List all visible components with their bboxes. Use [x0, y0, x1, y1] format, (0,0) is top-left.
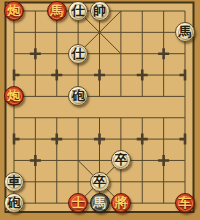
piece-glyph: 馬: [176, 23, 194, 41]
piece-ring: [71, 89, 86, 104]
piece-glyph: 將: [112, 194, 130, 212]
piece-ring: [71, 46, 86, 61]
piece-ring: [7, 4, 22, 19]
piece-ring: [92, 196, 107, 211]
xiangqi-game-window: 炮馬仕帥馬仕炮砲卒車卒砲士馬將车: [0, 0, 200, 220]
piece-glyph: 士: [69, 194, 87, 212]
piece-glyph: 馬: [91, 194, 109, 212]
piece-white-advisor[interactable]: 仕: [68, 1, 88, 21]
piece-glyph: 仕: [69, 2, 87, 20]
piece-red-chariot[interactable]: 车: [175, 193, 195, 213]
piece-glyph: 砲: [5, 194, 23, 212]
piece-glyph: 卒: [91, 173, 109, 191]
piece-glyph: 馬: [48, 2, 66, 20]
piece-red-cannon[interactable]: 炮: [4, 1, 24, 21]
piece-ring: [71, 4, 86, 19]
piece-ring: [178, 196, 193, 211]
piece-white-horse-selected[interactable]: 馬: [90, 193, 110, 213]
piece-white-general[interactable]: 帥: [90, 1, 110, 21]
piece-glyph: 炮: [5, 2, 23, 20]
piece-glyph: 仕: [69, 45, 87, 63]
piece-ring: [49, 4, 64, 19]
piece-red-horse[interactable]: 馬: [47, 1, 67, 21]
piece-glyph: 帥: [91, 2, 109, 20]
piece-glyph: 車: [5, 173, 23, 191]
piece-ring: [71, 196, 86, 211]
piece-ring: [7, 196, 22, 211]
piece-white-pawn[interactable]: 卒: [90, 172, 110, 192]
piece-ring: [7, 89, 22, 104]
piece-ring: [178, 25, 193, 40]
piece-glyph: 车: [176, 194, 194, 212]
piece-ring: [92, 4, 107, 19]
piece-red-general[interactable]: 將: [111, 193, 131, 213]
piece-white-cannon[interactable]: 砲: [4, 193, 24, 213]
piece-ring: [113, 196, 128, 211]
piece-glyph: 炮: [5, 87, 23, 105]
piece-glyph: 卒: [112, 151, 130, 169]
piece-ring: [92, 174, 107, 189]
piece-ring: [113, 153, 128, 168]
piece-white-advisor[interactable]: 仕: [68, 44, 88, 64]
piece-glyph: 砲: [69, 87, 87, 105]
piece-white-chariot[interactable]: 車: [4, 172, 24, 192]
piece-ring: [7, 174, 22, 189]
